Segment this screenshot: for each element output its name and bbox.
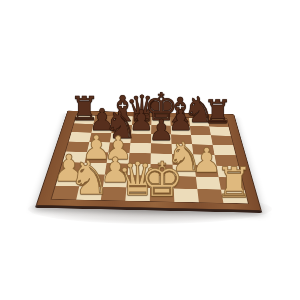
square-b1 xyxy=(76,186,103,200)
square-f5 xyxy=(172,144,194,155)
square-f3 xyxy=(173,165,196,177)
square-f1 xyxy=(174,188,199,202)
square-d5 xyxy=(130,143,151,153)
square-c6 xyxy=(110,133,131,143)
square-a7 xyxy=(72,123,94,132)
square-g1 xyxy=(197,189,223,203)
square-g6 xyxy=(191,135,213,145)
square-f7 xyxy=(171,126,191,135)
square-d7 xyxy=(131,125,151,134)
square-e4 xyxy=(151,153,173,164)
square-d4 xyxy=(129,153,151,164)
square-c7 xyxy=(111,124,132,133)
square-b5 xyxy=(87,142,110,152)
square-h6 xyxy=(211,135,233,145)
square-g3 xyxy=(195,165,219,177)
square-e7 xyxy=(151,125,171,134)
square-b2 xyxy=(79,174,105,187)
photo-canvas: ♜♝♛♚♝♞♜♟♟♟♞♟♟♟♞♟♟♟♞♛♚♜ xyxy=(0,0,300,300)
square-c5 xyxy=(108,142,130,152)
square-e1 xyxy=(150,188,175,202)
square-f6 xyxy=(171,134,192,144)
square-a6 xyxy=(69,132,92,142)
square-b6 xyxy=(89,133,111,143)
board-grid xyxy=(52,115,248,203)
board-tilt-wrapper xyxy=(0,0,300,300)
square-b4 xyxy=(85,152,109,163)
square-f4 xyxy=(172,154,195,165)
square-c3 xyxy=(105,163,129,175)
square-a1 xyxy=(52,186,80,200)
square-d3 xyxy=(128,164,151,176)
square-f2 xyxy=(173,176,197,189)
square-c2 xyxy=(103,175,128,188)
square-a5 xyxy=(66,142,90,152)
square-e5 xyxy=(151,143,172,154)
square-h3 xyxy=(217,166,242,178)
square-h4 xyxy=(215,155,239,166)
square-d2 xyxy=(126,175,150,188)
square-g2 xyxy=(196,177,221,190)
square-e3 xyxy=(150,164,173,176)
square-e6 xyxy=(151,134,172,144)
square-c4 xyxy=(107,152,130,163)
square-c1 xyxy=(101,187,127,201)
chess-board xyxy=(36,111,262,211)
square-d1 xyxy=(125,187,150,201)
square-g5 xyxy=(192,144,214,155)
square-h2 xyxy=(219,177,245,190)
square-d6 xyxy=(130,134,151,144)
square-b3 xyxy=(82,163,107,175)
square-a4 xyxy=(63,151,87,162)
square-a2 xyxy=(56,174,82,187)
square-h1 xyxy=(221,190,248,204)
square-e2 xyxy=(150,176,174,189)
square-g4 xyxy=(193,154,216,165)
square-h5 xyxy=(213,145,236,156)
square-a3 xyxy=(59,162,84,174)
square-b7 xyxy=(91,124,112,133)
